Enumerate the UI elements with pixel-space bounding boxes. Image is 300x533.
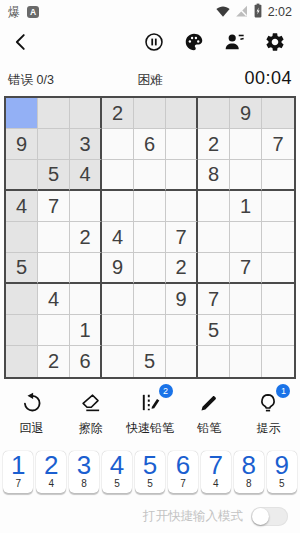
status-time: 2:02 [268,5,292,19]
cell-r3c1[interactable] [6,160,38,191]
numpad-key-7[interactable]: 74 [201,451,231,493]
cell-r9c2[interactable]: 2 [38,346,70,377]
cell-r3c6[interactable] [166,160,198,191]
cell-r9c9[interactable] [262,346,294,377]
profile-button[interactable] [223,31,246,56]
nav-bar [0,22,300,60]
quick-pencil-badge: 2 [159,384,173,398]
cell-r3c5[interactable] [134,160,166,191]
pause-icon [143,31,165,56]
toggle-knob [252,508,269,525]
cell-r1c4[interactable]: 2 [102,98,134,129]
cell-r4c3[interactable] [70,191,102,222]
cell-r2c5[interactable]: 6 [134,129,166,160]
numpad-remaining-count: 7 [180,478,186,489]
numpad-key-2[interactable]: 24 [36,451,66,493]
cell-r2c8[interactable] [230,129,262,160]
cell-r8c4[interactable] [102,315,134,346]
quick-input-label: 打开快捷输入模式 [143,508,243,525]
cell-r9c8[interactable] [230,346,262,377]
lightbulb-icon [257,392,279,417]
errors-counter: 错误 0/3 [8,72,103,89]
sudoku-board: 2993627548471247592749715265 [4,96,296,379]
person-edit-icon [223,31,246,56]
cell-r5c6[interactable]: 7 [166,222,198,253]
cell-r1c8[interactable]: 9 [230,98,262,129]
cell-r8c3[interactable]: 1 [70,315,102,346]
cell-r7c1[interactable] [6,284,38,315]
numpad-digit: 6 [176,452,190,479]
cell-r6c3[interactable] [70,253,102,284]
hint-badge: 1 [276,384,290,398]
cell-r6c5[interactable] [134,253,166,284]
cell-r8c2[interactable] [38,315,70,346]
cell-r3c7[interactable]: 8 [198,160,230,191]
cell-r2c9[interactable]: 7 [262,129,294,160]
erase-button[interactable]: 擦除 [61,392,120,437]
numpad-digit: 2 [44,452,58,479]
cell-r7c7[interactable]: 7 [198,284,230,315]
quick-pencil-button[interactable]: 2 快速铅笔 [120,392,179,437]
numpad: 172438455567748895 [0,437,300,493]
cell-r7c6[interactable]: 9 [166,284,198,315]
cell-r3c3[interactable]: 4 [70,160,102,191]
notification-glyph: 爆 [8,4,20,21]
cell-r9c4[interactable] [102,346,134,377]
wifi-icon [216,5,230,20]
back-button[interactable] [10,31,32,56]
cell-r4c7[interactable] [198,191,230,222]
undo-label: 回退 [20,420,44,437]
cell-r9c5[interactable]: 5 [134,346,166,377]
numpad-remaining-count: 4 [213,478,219,489]
cell-r5c4[interactable]: 4 [102,222,134,253]
hint-label: 提示 [256,420,280,437]
cell-r4c2[interactable]: 7 [38,191,70,222]
cell-r6c4[interactable]: 9 [102,253,134,284]
cell-r7c2[interactable]: 4 [38,284,70,315]
numpad-key-6[interactable]: 67 [168,451,198,493]
cell-r4c8[interactable]: 1 [230,191,262,222]
numpad-key-9[interactable]: 95 [267,451,297,493]
numpad-key-8[interactable]: 88 [234,451,264,493]
cell-r4c5[interactable] [134,191,166,222]
numpad-digit: 1 [11,452,25,479]
info-row: 错误 0/3 困难 00:04 [0,60,300,96]
pencil-button[interactable]: 铅笔 [180,392,239,437]
cell-r6c2[interactable] [38,253,70,284]
pause-button[interactable] [143,31,165,56]
cell-r7c3[interactable] [70,284,102,315]
timer: 00:04 [197,68,292,89]
cell-r1c2[interactable] [38,98,70,129]
cell-r3c4[interactable] [102,160,134,191]
cell-r6c1[interactable]: 5 [6,253,38,284]
hint-button[interactable]: 1 提示 [239,392,298,437]
difficulty-label: 困难 [103,72,198,89]
tools-row: 回退 擦除 2 快速铅笔 铅笔 1 提示 [0,379,300,437]
cell-r6c7[interactable] [198,253,230,284]
cell-r6c8[interactable]: 7 [230,253,262,284]
cell-r8c8[interactable] [230,315,262,346]
status-bar: 爆 A 2:02 [0,0,300,22]
cell-r1c3[interactable] [70,98,102,129]
cell-r3c9[interactable] [262,160,294,191]
cell-r2c6[interactable] [166,129,198,160]
cell-r9c7[interactable] [198,346,230,377]
no-signal-icon [235,5,248,20]
cell-r5c7[interactable] [198,222,230,253]
erase-label: 擦除 [79,420,103,437]
numpad-key-3[interactable]: 38 [69,451,99,493]
undo-icon [21,392,43,417]
cell-r7c4[interactable] [102,284,134,315]
undo-button[interactable]: 回退 [2,392,61,437]
cell-r2c2[interactable] [38,129,70,160]
cell-r2c4[interactable] [102,129,134,160]
back-chevron-icon [10,31,32,56]
cell-r5c5[interactable] [134,222,166,253]
cell-r9c3[interactable]: 6 [70,346,102,377]
cell-r6c9[interactable] [262,253,294,284]
quick-pencil-label: 快速铅笔 [126,420,174,437]
cell-r1c9[interactable] [262,98,294,129]
quick-input-toggle[interactable] [251,507,288,526]
numpad-remaining-count: 5 [114,478,120,489]
numpad-digit: 7 [209,452,223,479]
theme-palette-button[interactable] [183,31,205,56]
cell-r1c5[interactable] [134,98,166,129]
quick-pencil-icon [139,391,162,417]
numpad-remaining-count: 4 [48,478,54,489]
footer: 打开快捷输入模式 [0,493,300,526]
palette-icon [183,31,205,56]
cell-r7c5[interactable] [134,284,166,315]
cell-r4c6[interactable] [166,191,198,222]
cell-r8c1[interactable] [6,315,38,346]
numpad-digit: 5 [143,452,157,479]
numpad-remaining-count: 7 [15,478,21,489]
cell-r4c4[interactable] [102,191,134,222]
cell-r1c6[interactable] [166,98,198,129]
cell-r3c8[interactable] [230,160,262,191]
cell-r8c9[interactable] [262,315,294,346]
numpad-remaining-count: 8 [81,478,87,489]
battery-charging-icon [253,3,263,21]
numpad-key-1[interactable]: 17 [3,451,33,493]
cell-r5c9[interactable] [262,222,294,253]
cell-r8c5[interactable] [134,315,166,346]
cell-r4c9[interactable] [262,191,294,222]
cell-r5c2[interactable] [38,222,70,253]
pencil-label: 铅笔 [197,420,221,437]
cell-r3c2[interactable]: 5 [38,160,70,191]
cell-r1c1[interactable] [6,98,38,129]
cell-r9c1[interactable] [6,346,38,377]
cell-r8c6[interactable] [166,315,198,346]
numpad-digit: 4 [110,452,124,479]
cell-r7c8[interactable] [230,284,262,315]
numpad-digit: 8 [242,452,256,479]
cell-r2c3[interactable]: 3 [70,129,102,160]
numpad-remaining-count: 5 [279,478,285,489]
cell-r5c1[interactable] [6,222,38,253]
cell-r4c1[interactable]: 4 [6,191,38,222]
numpad-key-5[interactable]: 55 [135,451,165,493]
pencil-icon [198,392,220,417]
numpad-key-4[interactable]: 45 [102,451,132,493]
numpad-digit: 9 [274,452,288,479]
settings-button[interactable] [264,31,286,56]
eraser-icon [79,391,102,417]
numpad-remaining-count: 8 [246,478,252,489]
cell-r9c6[interactable] [166,346,198,377]
cell-r5c3[interactable]: 2 [70,222,102,253]
cell-r2c1[interactable]: 9 [6,129,38,160]
cell-r2c7[interactable]: 2 [198,129,230,160]
numpad-remaining-count: 5 [147,478,153,489]
sudoku-app: 爆 A 2:02 [0,0,300,533]
ime-badge: A [27,6,39,18]
gear-icon [264,31,286,56]
cell-r1c7[interactable] [198,98,230,129]
cell-r6c6[interactable]: 2 [166,253,198,284]
cell-r7c9[interactable] [262,284,294,315]
numpad-digit: 3 [77,452,91,479]
cell-r8c7[interactable]: 5 [198,315,230,346]
cell-r5c8[interactable] [230,222,262,253]
